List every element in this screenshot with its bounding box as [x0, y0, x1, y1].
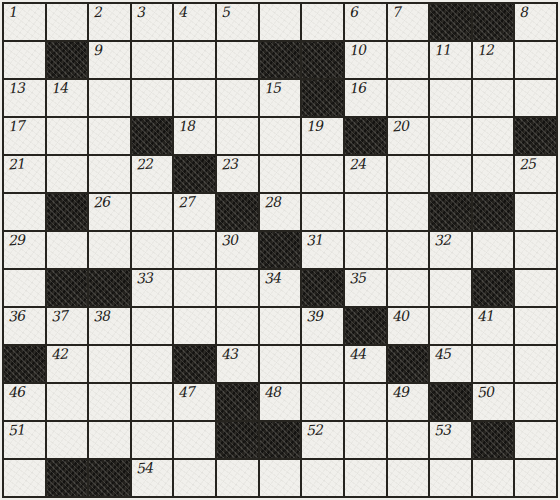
cell-r9c8[interactable]: 39	[302, 308, 343, 344]
cell-r3c3[interactable]	[89, 80, 130, 116]
cell-r11c9[interactable]	[345, 384, 386, 420]
clue-number-34: 34	[263, 270, 280, 286]
clue-number-50: 50	[476, 384, 493, 400]
cell-r13c4[interactable]: 54	[132, 460, 173, 496]
black-cell-r1c12	[473, 4, 514, 40]
cell-r9c4[interactable]	[132, 308, 173, 344]
cell-r7c2[interactable]	[47, 232, 88, 268]
cell-r1c13[interactable]: 8	[515, 4, 556, 40]
clue-number-47: 47	[178, 384, 195, 400]
cell-r7c1[interactable]: 29	[4, 232, 45, 268]
black-cell-r12c6	[217, 422, 258, 458]
cell-r2c12[interactable]: 12	[473, 42, 514, 78]
cell-r13c10[interactable]	[388, 460, 429, 496]
cell-r3c4[interactable]	[132, 80, 173, 116]
black-cell-r8c12	[473, 270, 514, 306]
cell-r3c6[interactable]	[217, 80, 258, 116]
clue-number-30: 30	[221, 232, 238, 248]
clue-number-7: 7	[391, 5, 400, 21]
cell-r13c9[interactable]	[345, 460, 386, 496]
black-cell-r6c12	[473, 194, 514, 230]
cell-r3c5[interactable]	[174, 80, 215, 116]
clue-number-32: 32	[434, 232, 451, 248]
clue-number-54: 54	[135, 460, 152, 476]
black-cell-r12c7	[260, 422, 301, 458]
cell-r8c4[interactable]: 33	[132, 270, 173, 306]
cell-r10c2[interactable]: 42	[47, 346, 88, 382]
black-cell-r4c4	[132, 118, 173, 154]
cell-r12c3[interactable]	[89, 422, 130, 458]
cell-r1c1[interactable]: 1	[4, 4, 45, 40]
cell-r2c1[interactable]	[4, 42, 45, 78]
cell-r7c12[interactable]	[473, 232, 514, 268]
cell-r6c5[interactable]: 27	[174, 194, 215, 230]
cell-r5c8[interactable]	[302, 156, 343, 192]
clue-number-29: 29	[7, 232, 24, 248]
clue-number-1: 1	[7, 5, 16, 21]
black-cell-r6c11	[430, 194, 471, 230]
clue-number-42: 42	[50, 346, 67, 362]
cell-r13c13[interactable]	[515, 460, 556, 496]
cell-r3c9[interactable]: 16	[345, 80, 386, 116]
clue-number-22: 22	[135, 156, 152, 172]
cell-r8c1[interactable]	[4, 270, 45, 306]
cell-r9c13[interactable]	[515, 308, 556, 344]
clue-number-4: 4	[178, 5, 187, 21]
cell-r13c12[interactable]	[473, 460, 514, 496]
cell-r1c3[interactable]: 2	[89, 4, 130, 40]
cell-r5c10[interactable]	[388, 156, 429, 192]
cell-r2c9[interactable]: 10	[345, 42, 386, 78]
cell-r8c9[interactable]: 35	[345, 270, 386, 306]
cell-r11c3[interactable]	[89, 384, 130, 420]
crossword-grid: 1234567891011121314151617181920212223242…	[2, 2, 558, 498]
cell-r11c13[interactable]	[515, 384, 556, 420]
cell-r5c6[interactable]: 23	[217, 156, 258, 192]
clue-number-24: 24	[348, 156, 365, 172]
black-cell-r11c6	[217, 384, 258, 420]
cell-r4c12[interactable]	[473, 118, 514, 154]
clue-number-21: 21	[7, 156, 24, 172]
cell-r4c6[interactable]	[217, 118, 258, 154]
cell-r13c1[interactable]	[4, 460, 45, 496]
cell-r2c11[interactable]: 11	[430, 42, 471, 78]
clue-number-44: 44	[348, 346, 365, 362]
cell-r10c13[interactable]	[515, 346, 556, 382]
cell-r8c13[interactable]	[515, 270, 556, 306]
cell-r9c1[interactable]: 36	[4, 308, 45, 344]
cell-r12c11[interactable]: 53	[430, 422, 471, 458]
cell-r12c2[interactable]	[47, 422, 88, 458]
black-cell-r1c11	[430, 4, 471, 40]
cell-r3c13[interactable]	[515, 80, 556, 116]
cell-r10c8[interactable]	[302, 346, 343, 382]
black-cell-r2c7	[260, 42, 301, 78]
cell-r4c8[interactable]: 19	[302, 118, 343, 154]
clue-number-23: 23	[221, 156, 238, 172]
cell-r8c6[interactable]	[217, 270, 258, 306]
cell-r4c3[interactable]	[89, 118, 130, 154]
cell-r9c6[interactable]	[217, 308, 258, 344]
cell-r7c4[interactable]	[132, 232, 173, 268]
cell-r2c5[interactable]	[174, 42, 215, 78]
clue-number-17: 17	[7, 118, 24, 134]
cell-r3c7[interactable]: 15	[260, 80, 301, 116]
cell-r5c11[interactable]	[430, 156, 471, 192]
cell-r11c4[interactable]	[132, 384, 173, 420]
cell-r2c6[interactable]	[217, 42, 258, 78]
cell-r4c5[interactable]: 18	[174, 118, 215, 154]
clue-number-48: 48	[263, 384, 280, 400]
cell-r3c2[interactable]: 14	[47, 80, 88, 116]
clue-number-11: 11	[434, 42, 451, 58]
black-cell-r5c5	[174, 156, 215, 192]
clue-number-25: 25	[519, 156, 536, 172]
cell-r13c11[interactable]	[430, 460, 471, 496]
clue-number-2: 2	[93, 5, 102, 21]
black-cell-r4c13	[515, 118, 556, 154]
clue-number-37: 37	[50, 308, 67, 324]
black-cell-r10c10	[388, 346, 429, 382]
black-cell-r13c3	[89, 460, 130, 496]
cell-r1c10[interactable]: 7	[388, 4, 429, 40]
black-cell-r8c2	[47, 270, 88, 306]
cell-r13c8[interactable]	[302, 460, 343, 496]
clue-number-33: 33	[135, 270, 152, 286]
black-cell-r10c1	[4, 346, 45, 382]
cell-r12c4[interactable]	[132, 422, 173, 458]
cell-r6c8[interactable]	[302, 194, 343, 230]
cell-r7c8[interactable]: 31	[302, 232, 343, 268]
clue-number-53: 53	[434, 422, 451, 438]
clue-number-12: 12	[476, 42, 493, 58]
clue-number-19: 19	[306, 118, 323, 134]
cell-r9c11[interactable]	[430, 308, 471, 344]
cell-r8c10[interactable]	[388, 270, 429, 306]
cell-r1c4[interactable]: 3	[132, 4, 173, 40]
clue-number-28: 28	[263, 194, 280, 210]
black-cell-r6c2	[47, 194, 88, 230]
black-cell-r7c7	[260, 232, 301, 268]
clue-number-10: 10	[348, 42, 365, 58]
cell-r12c1[interactable]: 51	[4, 422, 45, 458]
cell-r11c5[interactable]: 47	[174, 384, 215, 420]
cell-r9c2[interactable]: 37	[47, 308, 88, 344]
cell-r7c9[interactable]	[345, 232, 386, 268]
cell-r9c3[interactable]: 38	[89, 308, 130, 344]
cell-r8c7[interactable]: 34	[260, 270, 301, 306]
cell-r5c3[interactable]	[89, 156, 130, 192]
clue-number-46: 46	[7, 384, 24, 400]
clue-number-9: 9	[93, 43, 102, 59]
cell-r8c11[interactable]	[430, 270, 471, 306]
clue-number-15: 15	[263, 80, 280, 96]
clue-number-35: 35	[348, 270, 365, 286]
black-cell-r12c12	[473, 422, 514, 458]
cell-r10c6[interactable]: 43	[217, 346, 258, 382]
cell-r3c11[interactable]	[430, 80, 471, 116]
clue-number-16: 16	[348, 80, 365, 96]
black-cell-r8c8	[302, 270, 343, 306]
cell-r6c1[interactable]	[4, 194, 45, 230]
cell-r7c10[interactable]	[388, 232, 429, 268]
clue-number-40: 40	[391, 308, 408, 324]
cell-r9c5[interactable]	[174, 308, 215, 344]
clue-number-3: 3	[135, 5, 144, 21]
cell-r4c7[interactable]	[260, 118, 301, 154]
cell-r10c11[interactable]: 45	[430, 346, 471, 382]
clue-number-49: 49	[391, 384, 408, 400]
cell-r1c2[interactable]	[47, 4, 88, 40]
clue-number-31: 31	[306, 232, 323, 248]
cell-r4c2[interactable]	[47, 118, 88, 154]
cell-r5c9[interactable]: 24	[345, 156, 386, 192]
clue-number-6: 6	[348, 5, 357, 21]
cell-r6c9[interactable]	[345, 194, 386, 230]
cell-r4c1[interactable]: 17	[4, 118, 45, 154]
cell-r1c9[interactable]: 6	[345, 4, 386, 40]
cell-r13c6[interactable]	[217, 460, 258, 496]
clue-number-45: 45	[434, 346, 451, 362]
black-cell-r9c9	[345, 308, 386, 344]
black-cell-r10c5	[174, 346, 215, 382]
cell-r12c9[interactable]	[345, 422, 386, 458]
cell-r5c12[interactable]	[473, 156, 514, 192]
cell-r2c13[interactable]	[515, 42, 556, 78]
cell-r4c10[interactable]: 20	[388, 118, 429, 154]
cell-r11c7[interactable]: 48	[260, 384, 301, 420]
cell-r5c7[interactable]	[260, 156, 301, 192]
cell-r12c13[interactable]	[515, 422, 556, 458]
cell-r7c3[interactable]	[89, 232, 130, 268]
cell-r1c6[interactable]: 5	[217, 4, 258, 40]
cell-r6c10[interactable]	[388, 194, 429, 230]
cell-r10c7[interactable]	[260, 346, 301, 382]
clue-number-8: 8	[519, 5, 528, 21]
clue-number-38: 38	[93, 308, 110, 324]
cell-r7c5[interactable]	[174, 232, 215, 268]
clue-number-51: 51	[7, 422, 24, 438]
clue-number-18: 18	[178, 118, 195, 134]
cell-r9c7[interactable]	[260, 308, 301, 344]
clue-number-26: 26	[93, 194, 110, 210]
black-cell-r13c2	[47, 460, 88, 496]
clue-number-43: 43	[221, 346, 238, 362]
black-cell-r6c6	[217, 194, 258, 230]
cell-r6c13[interactable]	[515, 194, 556, 230]
clue-number-13: 13	[7, 80, 24, 96]
cell-r6c7[interactable]: 28	[260, 194, 301, 230]
cell-r6c4[interactable]	[132, 194, 173, 230]
cell-r2c3[interactable]: 9	[89, 42, 130, 78]
cell-r2c4[interactable]	[132, 42, 173, 78]
cell-r12c8[interactable]: 52	[302, 422, 343, 458]
cell-r2c10[interactable]	[388, 42, 429, 78]
cell-r12c10[interactable]	[388, 422, 429, 458]
cell-r3c12[interactable]	[473, 80, 514, 116]
cell-r10c9[interactable]: 44	[345, 346, 386, 382]
clue-number-39: 39	[306, 308, 323, 324]
black-cell-r4c9	[345, 118, 386, 154]
cell-r1c8[interactable]	[302, 4, 343, 40]
cell-r9c12[interactable]: 41	[473, 308, 514, 344]
cell-r5c2[interactable]	[47, 156, 88, 192]
clue-number-36: 36	[7, 308, 24, 324]
cell-r11c8[interactable]	[302, 384, 343, 420]
cell-r12c5[interactable]	[174, 422, 215, 458]
cell-r1c7[interactable]	[260, 4, 301, 40]
cell-r11c1[interactable]: 46	[4, 384, 45, 420]
cell-r4c11[interactable]	[430, 118, 471, 154]
clue-number-20: 20	[391, 118, 408, 134]
cell-r11c10[interactable]: 49	[388, 384, 429, 420]
cell-r7c11[interactable]: 32	[430, 232, 471, 268]
black-cell-r3c8	[302, 80, 343, 116]
cell-r11c12[interactable]: 50	[473, 384, 514, 420]
cell-r10c12[interactable]	[473, 346, 514, 382]
cell-r11c2[interactable]	[47, 384, 88, 420]
cell-r8c5[interactable]	[174, 270, 215, 306]
cell-r13c7[interactable]	[260, 460, 301, 496]
cell-r13c5[interactable]	[174, 460, 215, 496]
cell-r10c3[interactable]	[89, 346, 130, 382]
cell-r6c3[interactable]: 26	[89, 194, 130, 230]
black-cell-r2c8	[302, 42, 343, 78]
clue-number-41: 41	[476, 308, 493, 324]
clue-number-14: 14	[50, 80, 67, 96]
cell-r3c10[interactable]	[388, 80, 429, 116]
cell-r3c1[interactable]: 13	[4, 80, 45, 116]
cell-r5c13[interactable]: 25	[515, 156, 556, 192]
cell-r7c6[interactable]: 30	[217, 232, 258, 268]
clue-number-52: 52	[306, 422, 323, 438]
cell-r5c1[interactable]: 21	[4, 156, 45, 192]
black-cell-r2c2	[47, 42, 88, 78]
cell-r9c10[interactable]: 40	[388, 308, 429, 344]
cell-r1c5[interactable]: 4	[174, 4, 215, 40]
cell-r5c4[interactable]: 22	[132, 156, 173, 192]
black-cell-r11c11	[430, 384, 471, 420]
clue-number-27: 27	[178, 194, 195, 210]
black-cell-r8c3	[89, 270, 130, 306]
cell-r10c4[interactable]	[132, 346, 173, 382]
clue-number-5: 5	[221, 5, 230, 21]
cell-r7c13[interactable]	[515, 232, 556, 268]
